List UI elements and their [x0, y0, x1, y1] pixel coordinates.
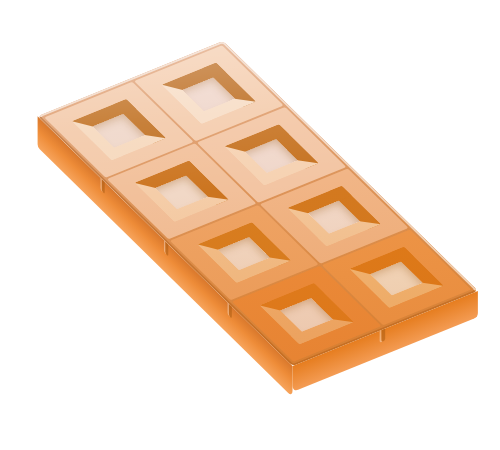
cavity	[197, 222, 291, 283]
cavity	[161, 63, 255, 124]
cavity	[260, 283, 354, 344]
cavity	[224, 124, 318, 185]
cavity	[287, 185, 381, 246]
cavity	[134, 160, 228, 221]
division-notch	[381, 329, 385, 343]
product-photo-scene	[0, 0, 500, 450]
cavity	[349, 247, 443, 308]
cavity	[72, 99, 166, 160]
